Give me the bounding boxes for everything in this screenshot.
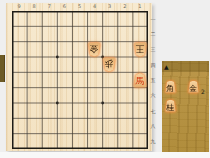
piece-kanji: 王 [136, 43, 145, 54]
piece-sente-1五[interactable]: 馬 [132, 72, 147, 87]
rank-label: 八 [149, 118, 157, 133]
shogi-diagram: 987654321 一二三四五六七八九 金王歩馬 ▲ 角金2桂 [0, 0, 210, 158]
bottom-strip [0, 152, 210, 158]
rank-label: 五 [149, 72, 157, 87]
rank-label: 九 [149, 134, 157, 149]
rank-label: 二 [149, 26, 157, 41]
file-label: 4 [87, 2, 102, 10]
star-point [101, 102, 104, 105]
hand-piece-kanji: 金 [190, 83, 198, 92]
file-label: 9 [12, 2, 27, 10]
file-coordinates: 987654321 [12, 2, 148, 10]
sente-marker-icon: ▲ [164, 61, 169, 72]
gote-komadai-edge [0, 55, 5, 82]
star-point [55, 56, 58, 59]
hand-piece-1[interactable]: 金 [187, 80, 200, 93]
grid-lines [12, 11, 148, 149]
file-label: 3 [102, 2, 117, 10]
rank-label: 三 [149, 42, 157, 57]
hand-piece-0[interactable]: 角 [164, 80, 177, 93]
rank-coordinates: 一二三四五六七八九 [149, 11, 157, 149]
piece-kanji: 歩 [105, 58, 114, 69]
hand-piece-2[interactable]: 桂 [164, 99, 177, 112]
piece-kanji: 金 [90, 43, 99, 54]
board-grid[interactable]: 金王歩馬 [12, 11, 148, 149]
rank-label: 四 [149, 57, 157, 72]
star-point [55, 102, 58, 105]
file-label: 8 [27, 2, 42, 10]
piece-gote-3四[interactable]: 歩 [102, 57, 117, 72]
shogi-board: 987654321 一二三四五六七八九 金王歩馬 [6, 3, 152, 151]
piece-gote-4三[interactable]: 金 [87, 42, 102, 57]
file-label: 7 [42, 2, 57, 10]
piece-kanji: 馬 [136, 76, 145, 87]
komadai-top-band: ▲ [162, 61, 209, 72]
rank-label: 一 [149, 11, 157, 26]
hand-piece-kanji: 桂 [167, 102, 175, 111]
piece-gote-1三[interactable]: 王 [132, 42, 147, 57]
rank-label: 七 [149, 103, 157, 118]
file-label: 1 [132, 2, 147, 10]
rank-label: 六 [149, 88, 157, 103]
file-label: 5 [72, 2, 87, 10]
file-label: 2 [117, 2, 132, 10]
sente-komadai: ▲ 角金2桂 [162, 61, 209, 154]
hand-piece-count: 2 [201, 88, 205, 95]
file-label: 6 [57, 2, 72, 10]
hand-piece-kanji: 角 [167, 83, 175, 92]
